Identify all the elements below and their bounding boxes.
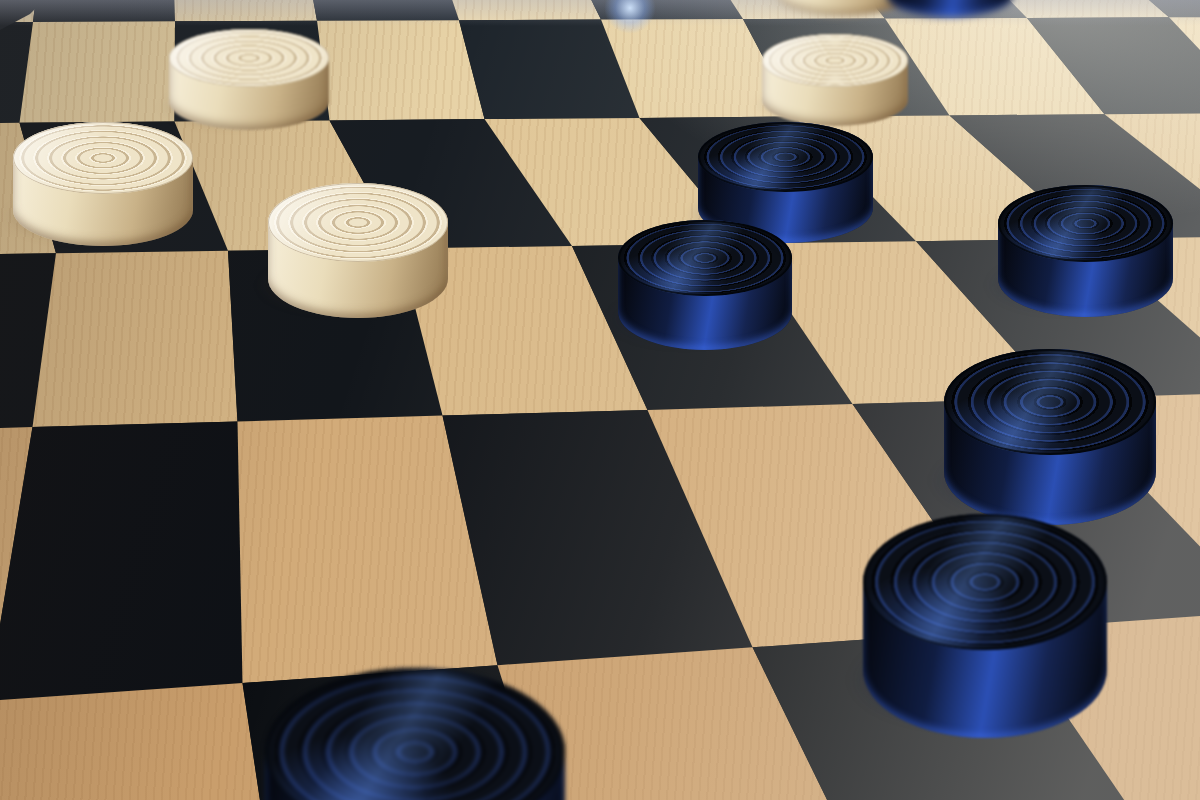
piece-face-rings — [169, 29, 329, 87]
piece-face-rings — [13, 122, 193, 194]
piece-face-rings — [998, 185, 1173, 262]
piece-face-rings — [944, 349, 1156, 455]
piece-face-rings — [863, 514, 1107, 651]
piece-dark-partial-top — [887, 0, 1013, 17]
piece-white-4 — [268, 183, 448, 318]
piece-face-rings — [618, 220, 792, 297]
piece-white-2 — [762, 34, 908, 126]
piece-face-rings — [762, 34, 908, 87]
piece-white-3 — [13, 122, 193, 246]
piece-face-rings — [698, 122, 873, 192]
piece-white-1 — [169, 29, 329, 130]
piece-dark-6 — [265, 668, 565, 800]
piece-face-rings — [265, 668, 565, 800]
piece-dark-5 — [863, 514, 1107, 738]
piece-dark-4 — [944, 349, 1156, 525]
checkers-photo-scene — [0, 0, 1200, 800]
piece-dark-3 — [618, 220, 792, 351]
pieces-layer — [0, 0, 1200, 800]
piece-face-rings — [268, 183, 448, 262]
piece-dark-2 — [998, 185, 1173, 316]
